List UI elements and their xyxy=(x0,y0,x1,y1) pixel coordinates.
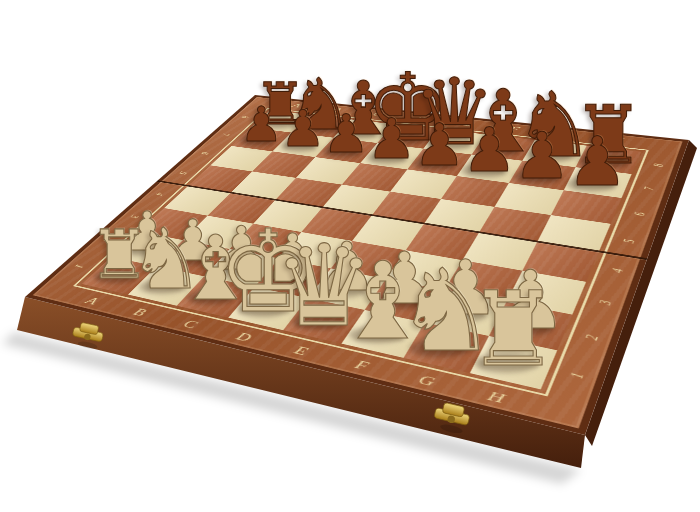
file-label-near-d: D xyxy=(234,331,254,344)
rank-label-left-5: 5 xyxy=(177,171,189,175)
file-label-far-e: E xyxy=(461,120,474,127)
rank-label-right-2: 2 xyxy=(582,333,601,341)
file-label-near-f: F xyxy=(352,358,371,372)
rank-label-right-6: 6 xyxy=(631,211,647,216)
file-label-near-e: E xyxy=(292,344,311,357)
file-label-far-d: D xyxy=(415,116,429,122)
rank-label-right-5: 5 xyxy=(621,238,638,244)
rank-label-left-4: 4 xyxy=(154,192,167,196)
rank-label-left-8: 8 xyxy=(240,115,251,118)
file-label-far-a: A xyxy=(290,103,302,109)
file-label-near-b: B xyxy=(131,307,149,318)
file-label-far-f: F xyxy=(508,125,521,132)
rank-label-left-1: 1 xyxy=(73,263,87,268)
file-label-far-c: C xyxy=(371,111,384,117)
file-label-near-h: H xyxy=(486,389,507,405)
rank-label-right-4: 4 xyxy=(609,267,626,273)
rank-label-left-2: 2 xyxy=(101,238,115,243)
chess-set-photo: AABBCCDDEEFFGGHH1122334455667788 ♜♞♝♚♟♛♟… xyxy=(0,0,700,512)
rank-label-right-8: 8 xyxy=(651,163,666,167)
rank-label-left-7: 7 xyxy=(220,133,232,136)
rank-label-left-6: 6 xyxy=(199,151,211,155)
file-label-far-b: B xyxy=(330,107,342,113)
file-label-far-h: H xyxy=(610,136,625,143)
file-label-far-g: G xyxy=(557,131,571,138)
file-label-near-a: A xyxy=(83,295,101,306)
rank-label-right-7: 7 xyxy=(642,186,657,191)
rank-label-right-1: 1 xyxy=(567,371,587,380)
rank-label-left-3: 3 xyxy=(128,214,141,219)
file-label-near-g: G xyxy=(416,373,437,388)
rank-label-right-3: 3 xyxy=(596,299,614,306)
file-label-near-c: C xyxy=(181,318,200,330)
